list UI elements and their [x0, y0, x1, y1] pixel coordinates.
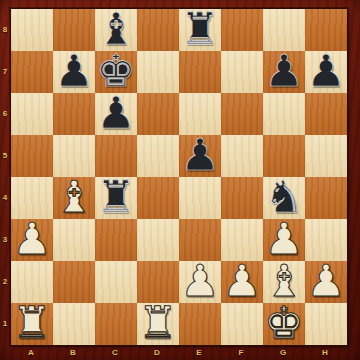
piece-white-bishop[interactable]: ♝︎	[54, 175, 93, 219]
square-g1[interactable]: ♚︎	[263, 303, 305, 345]
chess-board: ♝︎♜︎♟︎♚︎♟︎♟︎♟︎♟︎♝︎♜︎♞︎♟︎♟︎♟︎♟︎♝︎♟︎♜︎♜︎♚︎	[10, 8, 348, 346]
piece-white-pawn[interactable]: ♟︎	[306, 259, 345, 303]
file-label-b: B	[52, 344, 94, 360]
square-e1[interactable]	[179, 303, 221, 345]
piece-white-pawn[interactable]: ♟︎	[222, 259, 261, 303]
square-b1[interactable]	[53, 303, 95, 345]
square-h2[interactable]: ♟︎	[305, 261, 347, 303]
rank-label-6: 6	[0, 92, 10, 134]
file-label-h: H	[304, 344, 346, 360]
square-a1[interactable]: ♜︎	[11, 303, 53, 345]
rank-label-7: 7	[0, 50, 10, 92]
square-c1[interactable]	[95, 303, 137, 345]
square-a6[interactable]	[11, 93, 53, 135]
square-a7[interactable]	[11, 51, 53, 93]
piece-black-rook[interactable]: ♜︎	[96, 175, 135, 219]
square-f1[interactable]	[221, 303, 263, 345]
rank-label-5: 5	[0, 134, 10, 176]
square-b2[interactable]	[53, 261, 95, 303]
chess-board-frame: 87654321 ABCDEFGH ♝︎♜︎♟︎♚︎♟︎♟︎♟︎♟︎♝︎♜︎♞︎…	[0, 0, 360, 360]
piece-white-king[interactable]: ♚︎	[264, 301, 303, 345]
rank-label-8: 8	[0, 8, 10, 50]
piece-black-pawn[interactable]: ♟︎	[180, 133, 219, 177]
square-c4[interactable]: ♜︎	[95, 177, 137, 219]
file-label-e: E	[178, 344, 220, 360]
piece-white-pawn[interactable]: ♟︎	[180, 259, 219, 303]
piece-black-pawn[interactable]: ♟︎	[306, 49, 345, 93]
file-label-c: C	[94, 344, 136, 360]
square-b3[interactable]	[53, 219, 95, 261]
rank-label-3: 3	[0, 218, 10, 260]
square-g6[interactable]	[263, 93, 305, 135]
square-f4[interactable]	[221, 177, 263, 219]
square-e5[interactable]: ♟︎	[179, 135, 221, 177]
square-h1[interactable]	[305, 303, 347, 345]
square-h6[interactable]	[305, 93, 347, 135]
square-f6[interactable]	[221, 93, 263, 135]
piece-white-pawn[interactable]: ♟︎	[12, 217, 51, 261]
square-c6[interactable]: ♟︎	[95, 93, 137, 135]
square-e7[interactable]	[179, 51, 221, 93]
square-f7[interactable]	[221, 51, 263, 93]
piece-black-pawn[interactable]: ♟︎	[264, 49, 303, 93]
square-a8[interactable]	[11, 9, 53, 51]
square-c3[interactable]	[95, 219, 137, 261]
rank-label-4: 4	[0, 176, 10, 218]
file-label-f: F	[220, 344, 262, 360]
piece-black-rook[interactable]: ♜︎	[180, 7, 219, 51]
square-d7[interactable]	[137, 51, 179, 93]
square-f8[interactable]	[221, 9, 263, 51]
square-d8[interactable]	[137, 9, 179, 51]
rank-label-1: 1	[0, 302, 10, 344]
square-d6[interactable]	[137, 93, 179, 135]
square-f5[interactable]	[221, 135, 263, 177]
square-e8[interactable]: ♜︎	[179, 9, 221, 51]
piece-black-pawn[interactable]: ♟︎	[54, 49, 93, 93]
square-h5[interactable]	[305, 135, 347, 177]
square-d3[interactable]	[137, 219, 179, 261]
square-b6[interactable]	[53, 93, 95, 135]
piece-black-pawn[interactable]: ♟︎	[96, 91, 135, 135]
square-c2[interactable]	[95, 261, 137, 303]
square-a3[interactable]: ♟︎	[11, 219, 53, 261]
square-f2[interactable]: ♟︎	[221, 261, 263, 303]
piece-white-rook[interactable]: ♜︎	[138, 301, 177, 345]
square-d4[interactable]	[137, 177, 179, 219]
square-b4[interactable]: ♝︎	[53, 177, 95, 219]
square-d5[interactable]	[137, 135, 179, 177]
square-a5[interactable]	[11, 135, 53, 177]
rank-label-2: 2	[0, 260, 10, 302]
square-d1[interactable]: ♜︎	[137, 303, 179, 345]
square-b7[interactable]: ♟︎	[53, 51, 95, 93]
piece-white-rook[interactable]: ♜︎	[12, 301, 51, 345]
rank-labels: 87654321	[0, 8, 10, 344]
square-h7[interactable]: ♟︎	[305, 51, 347, 93]
square-e4[interactable]	[179, 177, 221, 219]
square-g7[interactable]: ♟︎	[263, 51, 305, 93]
square-e2[interactable]: ♟︎	[179, 261, 221, 303]
square-h4[interactable]	[305, 177, 347, 219]
